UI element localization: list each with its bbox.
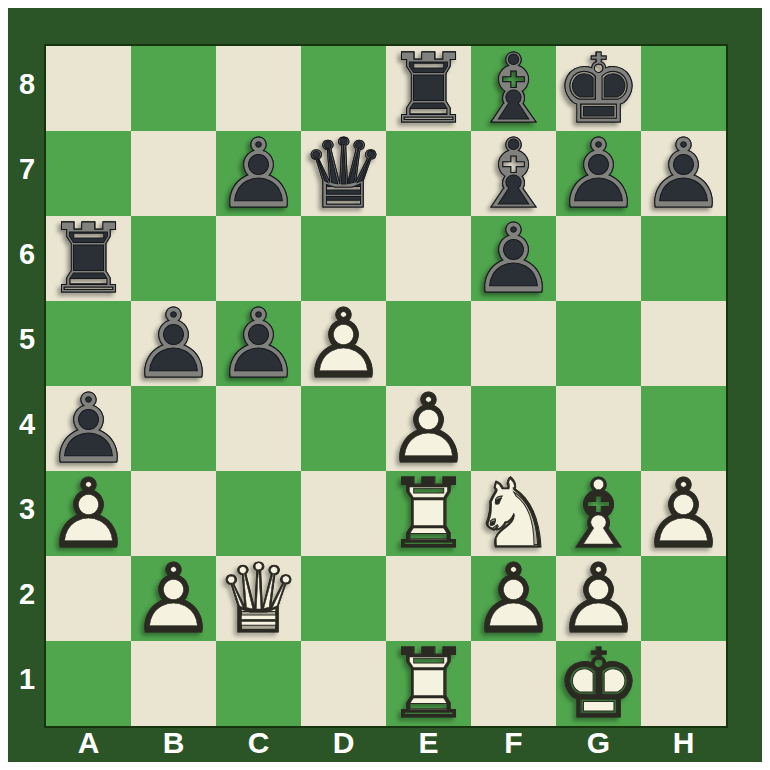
rank-label-3: 3 — [8, 471, 46, 556]
white-pawn-d5[interactable]: ♟ — [301, 301, 386, 386]
square-a8[interactable] — [46, 46, 131, 131]
square-h6[interactable] — [641, 216, 726, 301]
square-d4[interactable] — [301, 386, 386, 471]
rank-label-8: 8 — [8, 46, 46, 131]
rank-label-7: 7 — [8, 131, 46, 216]
square-f2[interactable]: ♟ — [471, 556, 556, 641]
square-d5[interactable]: ♟ — [301, 301, 386, 386]
square-d2[interactable] — [301, 556, 386, 641]
square-g7[interactable]: ♟ — [556, 131, 641, 216]
white-pawn-f2[interactable]: ♟ — [471, 556, 556, 641]
square-c1[interactable] — [216, 641, 301, 726]
file-label-c: C — [216, 726, 301, 764]
black-queen-d7[interactable]: ♛ — [301, 131, 386, 216]
square-b7[interactable] — [131, 131, 216, 216]
black-pawn-b5[interactable]: ♟ — [131, 301, 216, 386]
square-h5[interactable] — [641, 301, 726, 386]
black-pawn-c7[interactable]: ♟ — [216, 131, 301, 216]
black-pawn-f6[interactable]: ♟ — [471, 216, 556, 301]
white-king-g1[interactable]: ♚ — [556, 641, 641, 726]
square-b8[interactable] — [131, 46, 216, 131]
square-c4[interactable] — [216, 386, 301, 471]
square-b1[interactable] — [131, 641, 216, 726]
square-b2[interactable]: ♟ — [131, 556, 216, 641]
square-d7[interactable]: ♛ — [301, 131, 386, 216]
square-a1[interactable] — [46, 641, 131, 726]
black-pawn-g7[interactable]: ♟ — [556, 131, 641, 216]
black-pawn-h7[interactable]: ♟ — [641, 131, 726, 216]
white-pawn-a3[interactable]: ♟ — [46, 471, 131, 556]
square-b4[interactable] — [131, 386, 216, 471]
square-f1[interactable] — [471, 641, 556, 726]
square-d3[interactable] — [301, 471, 386, 556]
square-e3[interactable]: ♜ — [386, 471, 471, 556]
square-b5[interactable]: ♟ — [131, 301, 216, 386]
square-f6[interactable]: ♟ — [471, 216, 556, 301]
rank-label-4: 4 — [8, 386, 46, 471]
square-c5[interactable]: ♟ — [216, 301, 301, 386]
black-pawn-c5[interactable]: ♟ — [216, 301, 301, 386]
square-f5[interactable] — [471, 301, 556, 386]
rank-label-2: 2 — [8, 556, 46, 641]
square-a2[interactable] — [46, 556, 131, 641]
square-g6[interactable] — [556, 216, 641, 301]
white-pawn-b2[interactable]: ♟ — [131, 556, 216, 641]
rank-label-5: 5 — [8, 301, 46, 386]
square-a3[interactable]: ♟ — [46, 471, 131, 556]
black-rook-a6[interactable]: ♜ — [46, 216, 131, 301]
square-e7[interactable] — [386, 131, 471, 216]
file-label-b: B — [131, 726, 216, 764]
white-queen-c2[interactable]: ♛ — [216, 556, 301, 641]
square-e6[interactable] — [386, 216, 471, 301]
rank-label-6: 6 — [8, 216, 46, 301]
square-d1[interactable] — [301, 641, 386, 726]
white-rook-e3[interactable]: ♜ — [386, 471, 471, 556]
square-c2[interactable]: ♛ — [216, 556, 301, 641]
white-pawn-h3[interactable]: ♟ — [641, 471, 726, 556]
square-e8[interactable]: ♜ — [386, 46, 471, 131]
square-h3[interactable]: ♟ — [641, 471, 726, 556]
outer-frame: 87654321 ♜♝♚♟♛♝♟♟♜♟♟♟♟♟♟♟♜♞♝♟♟♛♟♟♜♚ ABCD… — [0, 0, 770, 770]
board: ♜♝♚♟♛♝♟♟♜♟♟♟♟♟♟♟♜♞♝♟♟♛♟♟♜♚ — [46, 46, 726, 726]
black-rook-e8[interactable]: ♜ — [386, 46, 471, 131]
square-c7[interactable]: ♟ — [216, 131, 301, 216]
file-label-a: A — [46, 726, 131, 764]
square-a6[interactable]: ♜ — [46, 216, 131, 301]
square-g1[interactable]: ♚ — [556, 641, 641, 726]
file-label-f: F — [471, 726, 556, 764]
rank-label-1: 1 — [8, 641, 46, 726]
square-g5[interactable] — [556, 301, 641, 386]
file-label-d: D — [301, 726, 386, 764]
board-border: 87654321 ♜♝♚♟♛♝♟♟♜♟♟♟♟♟♟♟♜♞♝♟♟♛♟♟♜♚ ABCD… — [8, 8, 762, 762]
square-h7[interactable]: ♟ — [641, 131, 726, 216]
square-h2[interactable] — [641, 556, 726, 641]
square-h1[interactable] — [641, 641, 726, 726]
square-e1[interactable]: ♜ — [386, 641, 471, 726]
white-rook-e1[interactable]: ♜ — [386, 641, 471, 726]
rank-labels: 87654321 — [8, 46, 46, 726]
file-label-h: H — [641, 726, 726, 764]
